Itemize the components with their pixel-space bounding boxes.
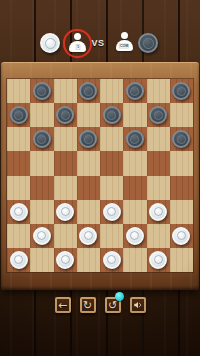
board-square[interactable] (100, 200, 123, 224)
board-square[interactable] (123, 151, 146, 175)
board-square[interactable] (170, 224, 193, 248)
sound-button[interactable] (130, 297, 146, 313)
checker-light[interactable] (33, 227, 51, 245)
checker-dark[interactable] (172, 130, 190, 148)
checker-dark[interactable] (126, 82, 144, 100)
board-square[interactable] (77, 248, 100, 272)
board-square[interactable] (147, 79, 170, 103)
player1-checker (40, 33, 60, 53)
board-frame (1, 62, 199, 290)
board-square[interactable] (123, 103, 146, 127)
board-square[interactable] (54, 127, 77, 151)
board-square[interactable] (170, 127, 193, 151)
board-square[interactable] (7, 127, 30, 151)
board-square[interactable] (100, 176, 123, 200)
rotate-counterclockwise-icon: ↺ (108, 300, 117, 311)
board-square[interactable] (170, 151, 193, 175)
board-square[interactable] (100, 103, 123, 127)
board-square[interactable] (123, 200, 146, 224)
checker-light[interactable] (149, 203, 167, 221)
match-header: 1 VS COM (0, 0, 200, 62)
board-square[interactable] (77, 79, 100, 103)
person-head-icon (121, 32, 128, 39)
board-square[interactable] (7, 103, 30, 127)
board-square[interactable] (147, 176, 170, 200)
checker-light[interactable] (79, 227, 97, 245)
checker-light[interactable] (126, 227, 144, 245)
checker-dark[interactable] (126, 130, 144, 148)
board-square[interactable] (123, 224, 146, 248)
board-square[interactable] (100, 151, 123, 175)
checker-light[interactable] (149, 251, 167, 269)
board-grid (7, 79, 193, 272)
board-square[interactable] (54, 200, 77, 224)
checker-light[interactable] (56, 251, 74, 269)
speaker-icon (133, 300, 143, 310)
person-body-icon: 1 (69, 41, 86, 52)
board-square[interactable] (30, 200, 53, 224)
board-square[interactable] (170, 176, 193, 200)
player2-icon[interactable]: COM (113, 31, 135, 56)
checker-dark[interactable] (79, 130, 97, 148)
restart-button[interactable]: ↻ (80, 297, 96, 313)
vs-label: VS (90, 38, 106, 48)
board-square[interactable] (7, 224, 30, 248)
checker-light[interactable] (103, 251, 121, 269)
checker-light[interactable] (56, 203, 74, 221)
person-body-icon: COM (116, 40, 133, 51)
undo-button[interactable]: ↺ (105, 297, 121, 313)
board-square[interactable] (77, 103, 100, 127)
board-square[interactable] (100, 224, 123, 248)
board-square[interactable] (30, 224, 53, 248)
board-square[interactable] (77, 127, 100, 151)
board-square[interactable] (7, 200, 30, 224)
board-square[interactable] (123, 127, 146, 151)
board-square[interactable] (147, 103, 170, 127)
player2-avatar: COM (116, 32, 133, 51)
checker-light[interactable] (172, 227, 190, 245)
rotate-clockwise-icon: ↻ (83, 300, 92, 311)
board-square[interactable] (30, 127, 53, 151)
board-square[interactable] (147, 127, 170, 151)
undo-notification-badge (115, 292, 124, 301)
board-square[interactable] (54, 151, 77, 175)
board-square[interactable] (54, 224, 77, 248)
board-square[interactable] (54, 79, 77, 103)
checker-dark[interactable] (33, 82, 51, 100)
checker-light[interactable] (10, 251, 28, 269)
player1-icon[interactable]: 1 (64, 30, 91, 57)
player2-label: COM (119, 43, 129, 48)
board-square[interactable] (147, 248, 170, 272)
board-square[interactable] (7, 176, 30, 200)
board-square[interactable] (7, 151, 30, 175)
board-square[interactable] (147, 200, 170, 224)
board-square[interactable] (54, 176, 77, 200)
board-square[interactable] (170, 248, 193, 272)
board-square[interactable] (77, 224, 100, 248)
board-square[interactable] (30, 248, 53, 272)
player1-label: 1 (75, 44, 79, 49)
back-button[interactable]: ← (55, 297, 71, 313)
checker-light[interactable] (103, 203, 121, 221)
board-square[interactable] (170, 103, 193, 127)
board-square[interactable] (147, 151, 170, 175)
checker-light[interactable] (10, 203, 28, 221)
board-square[interactable] (170, 79, 193, 103)
board-square[interactable] (100, 127, 123, 151)
board-square[interactable] (30, 79, 53, 103)
board-square[interactable] (30, 103, 53, 127)
board-square[interactable] (123, 248, 146, 272)
board-square[interactable] (147, 224, 170, 248)
board-square[interactable] (123, 176, 146, 200)
checker-dark[interactable] (103, 106, 121, 124)
board-square[interactable] (54, 248, 77, 272)
checker-dark[interactable] (10, 106, 28, 124)
arrow-left-icon: ← (58, 300, 67, 311)
checker-dark[interactable] (172, 82, 190, 100)
board-square[interactable] (100, 79, 123, 103)
checker-dark[interactable] (79, 82, 97, 100)
board-square[interactable] (7, 248, 30, 272)
board-square[interactable] (77, 151, 100, 175)
player1-avatar: 1 (69, 33, 86, 52)
toolbar: ← ↻ ↺ (0, 297, 200, 314)
board-square[interactable] (30, 176, 53, 200)
board-square[interactable] (170, 200, 193, 224)
checker-dark[interactable] (56, 106, 74, 124)
board-square[interactable] (7, 79, 30, 103)
board-square[interactable] (100, 248, 123, 272)
checker-dark[interactable] (149, 106, 167, 124)
board-square[interactable] (77, 176, 100, 200)
person-head-icon (74, 33, 81, 40)
board-square[interactable] (54, 103, 77, 127)
player2-checker (138, 33, 158, 53)
board-square[interactable] (30, 151, 53, 175)
checker-dark[interactable] (33, 130, 51, 148)
board-square[interactable] (77, 200, 100, 224)
board-square[interactable] (123, 79, 146, 103)
